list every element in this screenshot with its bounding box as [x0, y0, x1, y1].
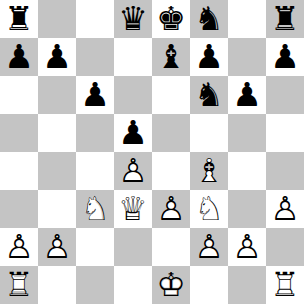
- square-a2[interactable]: ♟♙: [0, 228, 38, 266]
- piece-glyph: ♟: [190, 38, 228, 76]
- square-c5[interactable]: [76, 114, 114, 152]
- chess-board: ♜♛♚♞♜♟♟♝♟♟♟♞♟♟♟♙♝♗♞♘♛♕♟♙♞♘♟♙♟♙♟♙♟♙♟♙♜♖♚♔…: [0, 0, 304, 304]
- square-h5[interactable]: [266, 114, 304, 152]
- square-f7[interactable]: ♟: [190, 38, 228, 76]
- piece-glyph: ♞: [190, 0, 228, 38]
- piece-white-pawn: ♟♙: [152, 190, 190, 228]
- square-h6[interactable]: [266, 76, 304, 114]
- piece-black-knight: ♞: [190, 76, 228, 114]
- piece-black-pawn: ♟: [228, 76, 266, 114]
- square-a6[interactable]: [0, 76, 38, 114]
- piece-white-bishop: ♝♗: [190, 152, 228, 190]
- square-a5[interactable]: [0, 114, 38, 152]
- piece-outline: ♗: [190, 152, 228, 190]
- piece-white-queen: ♛♕: [114, 190, 152, 228]
- square-a1[interactable]: ♜♖: [0, 266, 38, 304]
- square-g4[interactable]: [228, 152, 266, 190]
- piece-glyph: ♟: [266, 38, 304, 76]
- piece-outline: ♙: [0, 228, 38, 266]
- square-e5[interactable]: [152, 114, 190, 152]
- piece-black-king: ♚: [152, 0, 190, 38]
- square-e2[interactable]: [152, 228, 190, 266]
- piece-white-rook: ♜♖: [0, 266, 38, 304]
- square-a8[interactable]: ♜: [0, 0, 38, 38]
- piece-glyph: ♟: [76, 76, 114, 114]
- piece-outline: ♘: [76, 190, 114, 228]
- square-d2[interactable]: [114, 228, 152, 266]
- piece-outline: ♙: [266, 190, 304, 228]
- square-h7[interactable]: ♟: [266, 38, 304, 76]
- square-h1[interactable]: ♜♖: [266, 266, 304, 304]
- piece-outline: ♖: [0, 266, 38, 304]
- square-c7[interactable]: [76, 38, 114, 76]
- square-e7[interactable]: ♝: [152, 38, 190, 76]
- piece-glyph: ♞: [190, 76, 228, 114]
- square-h2[interactable]: [266, 228, 304, 266]
- square-c2[interactable]: [76, 228, 114, 266]
- piece-outline: ♔: [152, 266, 190, 304]
- piece-black-pawn: ♟: [114, 114, 152, 152]
- piece-black-rook: ♜: [266, 0, 304, 38]
- piece-black-bishop: ♝: [152, 38, 190, 76]
- piece-white-knight: ♞♘: [190, 190, 228, 228]
- square-c8[interactable]: [76, 0, 114, 38]
- square-d5[interactable]: ♟: [114, 114, 152, 152]
- square-e4[interactable]: [152, 152, 190, 190]
- piece-white-pawn: ♟♙: [0, 228, 38, 266]
- square-f5[interactable]: [190, 114, 228, 152]
- square-e1[interactable]: ♚♔: [152, 266, 190, 304]
- piece-white-pawn: ♟♙: [114, 152, 152, 190]
- square-c4[interactable]: [76, 152, 114, 190]
- piece-white-pawn: ♟♙: [38, 228, 76, 266]
- square-d1[interactable]: [114, 266, 152, 304]
- square-f6[interactable]: ♞: [190, 76, 228, 114]
- square-g3[interactable]: [228, 190, 266, 228]
- piece-glyph: ♟: [0, 38, 38, 76]
- square-f4[interactable]: ♝♗: [190, 152, 228, 190]
- piece-black-rook: ♜: [0, 0, 38, 38]
- square-d8[interactable]: ♛: [114, 0, 152, 38]
- square-a7[interactable]: ♟: [0, 38, 38, 76]
- piece-outline: ♙: [38, 228, 76, 266]
- piece-black-pawn: ♟: [190, 38, 228, 76]
- square-b7[interactable]: ♟: [38, 38, 76, 76]
- square-g1[interactable]: [228, 266, 266, 304]
- square-b6[interactable]: [38, 76, 76, 114]
- square-f8[interactable]: ♞: [190, 0, 228, 38]
- square-a3[interactable]: [0, 190, 38, 228]
- piece-white-pawn: ♟♙: [228, 228, 266, 266]
- piece-glyph: ♟: [38, 38, 76, 76]
- piece-outline: ♙: [152, 190, 190, 228]
- square-g7[interactable]: [228, 38, 266, 76]
- square-h3[interactable]: ♟♙: [266, 190, 304, 228]
- square-g8[interactable]: [228, 0, 266, 38]
- piece-glyph: ♜: [266, 0, 304, 38]
- piece-outline: ♙: [228, 228, 266, 266]
- square-b1[interactable]: [38, 266, 76, 304]
- square-b2[interactable]: ♟♙: [38, 228, 76, 266]
- piece-glyph: ♝: [152, 38, 190, 76]
- square-c6[interactable]: ♟: [76, 76, 114, 114]
- square-d7[interactable]: [114, 38, 152, 76]
- piece-white-pawn: ♟♙: [266, 190, 304, 228]
- square-c3[interactable]: ♞♘: [76, 190, 114, 228]
- piece-outline: ♙: [190, 228, 228, 266]
- square-g6[interactable]: ♟: [228, 76, 266, 114]
- piece-white-pawn: ♟♙: [190, 228, 228, 266]
- piece-glyph: ♟: [114, 114, 152, 152]
- piece-glyph: ♛: [114, 0, 152, 38]
- piece-black-pawn: ♟: [38, 38, 76, 76]
- square-h4[interactable]: [266, 152, 304, 190]
- piece-black-pawn: ♟: [266, 38, 304, 76]
- square-b5[interactable]: [38, 114, 76, 152]
- square-d3[interactable]: ♛♕: [114, 190, 152, 228]
- piece-outline: ♙: [114, 152, 152, 190]
- piece-black-knight: ♞: [190, 0, 228, 38]
- piece-white-king: ♚♔: [152, 266, 190, 304]
- piece-glyph: ♜: [0, 0, 38, 38]
- square-c1[interactable]: [76, 266, 114, 304]
- piece-outline: ♘: [190, 190, 228, 228]
- square-e6[interactable]: [152, 76, 190, 114]
- square-a4[interactable]: [0, 152, 38, 190]
- piece-outline: ♕: [114, 190, 152, 228]
- square-b4[interactable]: [38, 152, 76, 190]
- square-b8[interactable]: [38, 0, 76, 38]
- square-d4[interactable]: ♟♙: [114, 152, 152, 190]
- square-f3[interactable]: ♞♘: [190, 190, 228, 228]
- piece-outline: ♖: [266, 266, 304, 304]
- square-b3[interactable]: [38, 190, 76, 228]
- square-d6[interactable]: [114, 76, 152, 114]
- square-f2[interactable]: ♟♙: [190, 228, 228, 266]
- piece-black-queen: ♛: [114, 0, 152, 38]
- square-e8[interactable]: ♚: [152, 0, 190, 38]
- square-f1[interactable]: [190, 266, 228, 304]
- piece-black-pawn: ♟: [0, 38, 38, 76]
- square-g5[interactable]: [228, 114, 266, 152]
- square-h8[interactable]: ♜: [266, 0, 304, 38]
- piece-white-rook: ♜♖: [266, 266, 304, 304]
- piece-glyph: ♟: [228, 76, 266, 114]
- piece-black-pawn: ♟: [76, 76, 114, 114]
- piece-white-knight: ♞♘: [76, 190, 114, 228]
- square-g2[interactable]: ♟♙: [228, 228, 266, 266]
- square-e3[interactable]: ♟♙: [152, 190, 190, 228]
- piece-glyph: ♚: [152, 0, 190, 38]
